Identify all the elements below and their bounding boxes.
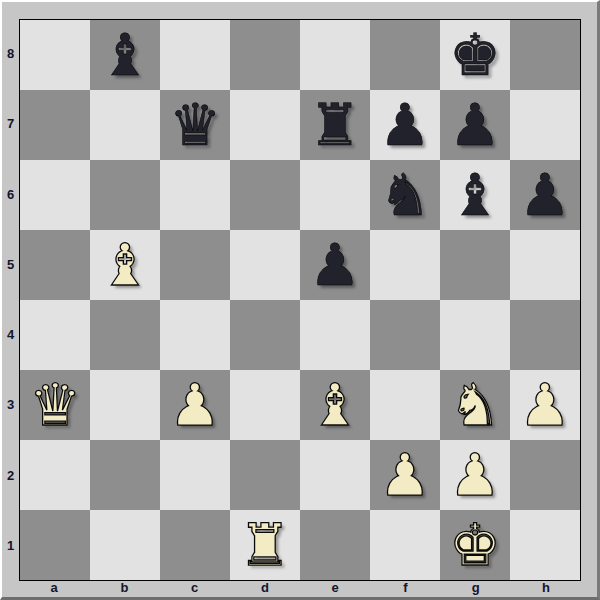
white-knight-piece[interactable]: ♞ (440, 370, 510, 440)
white-pawn-piece[interactable]: ♟ (440, 440, 510, 510)
square-b5[interactable]: ♝ (90, 230, 160, 300)
square-h1[interactable] (510, 510, 580, 580)
square-f6[interactable]: ♞ (370, 160, 440, 230)
window-frame: 87654321 ♝♚♛♜♟♟♞♝♟♝♟♛♟♝♞♟♟♟♜♚ abcdefgh (0, 0, 600, 600)
square-e3[interactable]: ♝ (300, 370, 370, 440)
square-g1[interactable]: ♚ (440, 510, 510, 580)
square-g4[interactable] (440, 300, 510, 370)
square-e7[interactable]: ♜ (300, 90, 370, 160)
white-king-piece[interactable]: ♚ (440, 510, 510, 580)
square-d2[interactable] (230, 440, 300, 510)
rank-label-4: 4 (2, 300, 19, 370)
square-b7[interactable] (90, 90, 160, 160)
black-knight-piece[interactable]: ♞ (370, 160, 440, 230)
square-a7[interactable] (20, 90, 90, 160)
square-d6[interactable] (230, 160, 300, 230)
square-h6[interactable]: ♟ (510, 160, 580, 230)
square-c3[interactable]: ♟ (160, 370, 230, 440)
file-label-h: h (511, 581, 581, 599)
square-d7[interactable] (230, 90, 300, 160)
square-g2[interactable]: ♟ (440, 440, 510, 510)
rank-label-1: 1 (2, 511, 19, 581)
rank-label-2: 2 (2, 441, 19, 511)
white-bishop-piece[interactable]: ♝ (300, 370, 370, 440)
square-f8[interactable] (370, 20, 440, 90)
square-f5[interactable] (370, 230, 440, 300)
square-e6[interactable] (300, 160, 370, 230)
square-f2[interactable]: ♟ (370, 440, 440, 510)
square-a1[interactable] (20, 510, 90, 580)
square-a3[interactable]: ♛ (20, 370, 90, 440)
square-a8[interactable] (20, 20, 90, 90)
file-label-e: e (300, 581, 370, 599)
square-f1[interactable] (370, 510, 440, 580)
file-label-b: b (89, 581, 159, 599)
square-h8[interactable] (510, 20, 580, 90)
square-d4[interactable] (230, 300, 300, 370)
square-e2[interactable] (300, 440, 370, 510)
white-bishop-piece[interactable]: ♝ (90, 230, 160, 300)
square-c1[interactable] (160, 510, 230, 580)
square-c5[interactable] (160, 230, 230, 300)
file-label-g: g (441, 581, 511, 599)
square-e4[interactable] (300, 300, 370, 370)
file-label-d: d (230, 581, 300, 599)
square-h5[interactable] (510, 230, 580, 300)
square-b6[interactable] (90, 160, 160, 230)
file-label-a: a (19, 581, 89, 599)
square-c8[interactable] (160, 20, 230, 90)
black-pawn-piece[interactable]: ♟ (300, 230, 370, 300)
square-g7[interactable]: ♟ (440, 90, 510, 160)
black-bishop-piece[interactable]: ♝ (90, 20, 160, 90)
chess-board[interactable]: ♝♚♛♜♟♟♞♝♟♝♟♛♟♝♞♟♟♟♜♚ (19, 19, 581, 581)
square-a2[interactable] (20, 440, 90, 510)
black-queen-piece[interactable]: ♛ (160, 90, 230, 160)
file-labels: abcdefgh (19, 581, 581, 599)
square-d1[interactable]: ♜ (230, 510, 300, 580)
black-pawn-piece[interactable]: ♟ (440, 90, 510, 160)
square-b1[interactable] (90, 510, 160, 580)
square-c6[interactable] (160, 160, 230, 230)
file-label-f: f (370, 581, 440, 599)
square-c4[interactable] (160, 300, 230, 370)
white-pawn-piece[interactable]: ♟ (160, 370, 230, 440)
square-b4[interactable] (90, 300, 160, 370)
rank-label-6: 6 (2, 160, 19, 230)
square-h7[interactable] (510, 90, 580, 160)
black-pawn-piece[interactable]: ♟ (370, 90, 440, 160)
square-c2[interactable] (160, 440, 230, 510)
square-f7[interactable]: ♟ (370, 90, 440, 160)
black-king-piece[interactable]: ♚ (440, 20, 510, 90)
square-d8[interactable] (230, 20, 300, 90)
square-d3[interactable] (230, 370, 300, 440)
square-g6[interactable]: ♝ (440, 160, 510, 230)
white-pawn-piece[interactable]: ♟ (370, 440, 440, 510)
rank-label-8: 8 (2, 19, 19, 89)
square-f3[interactable] (370, 370, 440, 440)
square-a6[interactable] (20, 160, 90, 230)
square-e8[interactable] (300, 20, 370, 90)
square-e1[interactable] (300, 510, 370, 580)
square-b8[interactable]: ♝ (90, 20, 160, 90)
white-rook-piece[interactable]: ♜ (230, 510, 300, 580)
square-c7[interactable]: ♛ (160, 90, 230, 160)
black-rook-piece[interactable]: ♜ (300, 90, 370, 160)
square-b2[interactable] (90, 440, 160, 510)
rank-label-3: 3 (2, 370, 19, 440)
square-f4[interactable] (370, 300, 440, 370)
black-pawn-piece[interactable]: ♟ (510, 160, 580, 230)
square-a5[interactable] (20, 230, 90, 300)
square-h4[interactable] (510, 300, 580, 370)
rank-label-5: 5 (2, 230, 19, 300)
rank-labels: 87654321 (2, 19, 19, 581)
white-pawn-piece[interactable]: ♟ (510, 370, 580, 440)
square-g5[interactable] (440, 230, 510, 300)
square-g8[interactable]: ♚ (440, 20, 510, 90)
white-queen-piece[interactable]: ♛ (20, 370, 90, 440)
square-a4[interactable] (20, 300, 90, 370)
square-h3[interactable]: ♟ (510, 370, 580, 440)
square-e5[interactable]: ♟ (300, 230, 370, 300)
rank-label-7: 7 (2, 89, 19, 159)
square-b3[interactable] (90, 370, 160, 440)
square-d5[interactable] (230, 230, 300, 300)
square-g3[interactable]: ♞ (440, 370, 510, 440)
black-bishop-piece[interactable]: ♝ (440, 160, 510, 230)
square-h2[interactable] (510, 440, 580, 510)
file-label-c: c (160, 581, 230, 599)
